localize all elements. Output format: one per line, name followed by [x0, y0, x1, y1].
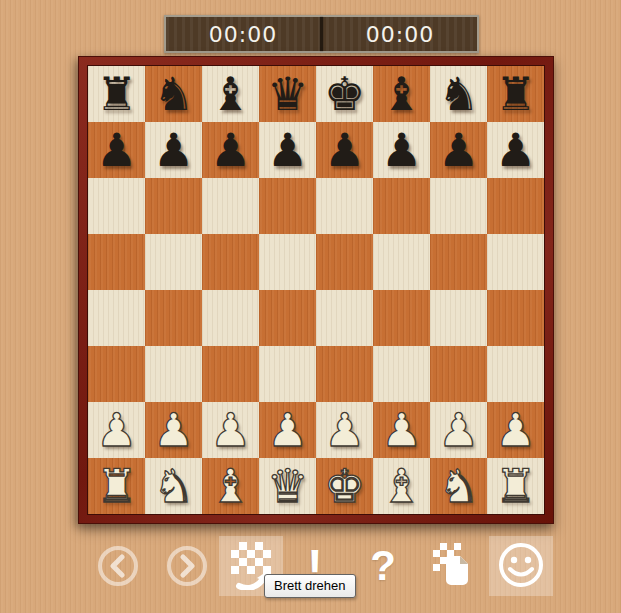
piece-white-pawn[interactable]: ♟ — [495, 407, 536, 453]
square-g5[interactable] — [430, 234, 487, 290]
piece-white-queen[interactable]: ♛ — [267, 463, 308, 509]
square-h6[interactable] — [487, 178, 544, 234]
right-clock: 00:00 — [323, 17, 477, 51]
square-g3[interactable] — [430, 346, 487, 402]
piece-black-knight[interactable]: ♞ — [153, 71, 194, 117]
square-h2[interactable]: ♟ — [487, 402, 544, 458]
square-e5[interactable] — [316, 234, 373, 290]
tooltip-brett-drehen: Brett drehen — [264, 574, 356, 598]
piece-black-pawn[interactable]: ♟ — [324, 127, 365, 173]
square-h3[interactable] — [487, 346, 544, 402]
piece-white-rook[interactable]: ♜ — [96, 463, 137, 509]
smiley-icon — [496, 540, 546, 593]
square-g2[interactable]: ♟ — [430, 402, 487, 458]
square-e4[interactable] — [316, 290, 373, 346]
square-e1[interactable]: ♚ — [316, 458, 373, 514]
square-a8[interactable]: ♜ — [88, 66, 145, 122]
piece-white-pawn[interactable]: ♟ — [381, 407, 422, 453]
square-c6[interactable] — [202, 178, 259, 234]
square-d5[interactable] — [259, 234, 316, 290]
piece-white-bishop[interactable]: ♝ — [210, 463, 251, 509]
square-b4[interactable] — [145, 290, 202, 346]
piece-black-pawn[interactable]: ♟ — [267, 127, 308, 173]
piece-white-pawn[interactable]: ♟ — [210, 407, 251, 453]
square-a6[interactable] — [88, 178, 145, 234]
chevron-left-icon — [98, 546, 138, 586]
piece-white-pawn[interactable]: ♟ — [153, 407, 194, 453]
square-a1[interactable]: ♜ — [88, 458, 145, 514]
square-f3[interactable] — [373, 346, 430, 402]
square-c5[interactable] — [202, 234, 259, 290]
piece-white-knight[interactable]: ♞ — [438, 463, 479, 509]
square-a4[interactable] — [88, 290, 145, 346]
square-a2[interactable]: ♟ — [88, 402, 145, 458]
piece-white-pawn[interactable]: ♟ — [96, 407, 137, 453]
square-d3[interactable] — [259, 346, 316, 402]
square-a7[interactable]: ♟ — [88, 122, 145, 178]
square-d8[interactable]: ♛ — [259, 66, 316, 122]
piece-white-pawn[interactable]: ♟ — [438, 407, 479, 453]
piece-black-pawn[interactable]: ♟ — [381, 127, 422, 173]
square-f8[interactable]: ♝ — [373, 66, 430, 122]
piece-black-pawn[interactable]: ♟ — [495, 127, 536, 173]
square-e2[interactable]: ♟ — [316, 402, 373, 458]
chess-board: ♜♞♝♛♚♝♞♜♟♟♟♟♟♟♟♟♟♟♟♟♟♟♟♟♜♞♝♛♚♝♞♜ — [88, 66, 544, 514]
square-f1[interactable]: ♝ — [373, 458, 430, 514]
square-f7[interactable]: ♟ — [373, 122, 430, 178]
previous-move-button[interactable] — [86, 536, 150, 596]
piece-black-bishop[interactable]: ♝ — [210, 71, 251, 117]
square-g7[interactable]: ♟ — [430, 122, 487, 178]
piece-black-pawn[interactable]: ♟ — [210, 127, 251, 173]
piece-black-knight[interactable]: ♞ — [438, 71, 479, 117]
square-d7[interactable]: ♟ — [259, 122, 316, 178]
square-g1[interactable]: ♞ — [430, 458, 487, 514]
piece-white-bishop[interactable]: ♝ — [381, 463, 422, 509]
square-g8[interactable]: ♞ — [430, 66, 487, 122]
piece-black-pawn[interactable]: ♟ — [153, 127, 194, 173]
piece-black-pawn[interactable]: ♟ — [96, 127, 137, 173]
square-h4[interactable] — [487, 290, 544, 346]
square-c8[interactable]: ♝ — [202, 66, 259, 122]
square-c3[interactable] — [202, 346, 259, 402]
board-notes-button[interactable] — [420, 536, 484, 596]
square-e6[interactable] — [316, 178, 373, 234]
square-h7[interactable]: ♟ — [487, 122, 544, 178]
square-g6[interactable] — [430, 178, 487, 234]
square-b6[interactable] — [145, 178, 202, 234]
piece-black-rook[interactable]: ♜ — [495, 71, 536, 117]
square-h5[interactable] — [487, 234, 544, 290]
emotion-button[interactable] — [489, 536, 553, 596]
piece-white-pawn[interactable]: ♟ — [324, 407, 365, 453]
square-f6[interactable] — [373, 178, 430, 234]
clock-bar: 00:00 00:00 — [164, 15, 479, 53]
next-move-button[interactable] — [155, 536, 219, 596]
piece-black-queen[interactable]: ♛ — [267, 71, 308, 117]
square-e8[interactable]: ♚ — [316, 66, 373, 122]
square-c7[interactable]: ♟ — [202, 122, 259, 178]
square-d1[interactable]: ♛ — [259, 458, 316, 514]
board-frame: ♜♞♝♛♚♝♞♜♟♟♟♟♟♟♟♟♟♟♟♟♟♟♟♟♜♞♝♛♚♝♞♜ — [78, 56, 554, 524]
square-c1[interactable]: ♝ — [202, 458, 259, 514]
question-icon: ? — [370, 545, 396, 587]
square-b3[interactable] — [145, 346, 202, 402]
square-b1[interactable]: ♞ — [145, 458, 202, 514]
square-f2[interactable]: ♟ — [373, 402, 430, 458]
square-b2[interactable]: ♟ — [145, 402, 202, 458]
left-clock: 00:00 — [166, 17, 320, 51]
square-b8[interactable]: ♞ — [145, 66, 202, 122]
square-c4[interactable] — [202, 290, 259, 346]
piece-black-bishop[interactable]: ♝ — [381, 71, 422, 117]
square-g4[interactable] — [430, 290, 487, 346]
square-b5[interactable] — [145, 234, 202, 290]
square-e7[interactable]: ♟ — [316, 122, 373, 178]
square-d2[interactable]: ♟ — [259, 402, 316, 458]
piece-white-pawn[interactable]: ♟ — [267, 407, 308, 453]
piece-black-pawn[interactable]: ♟ — [438, 127, 479, 173]
square-f5[interactable] — [373, 234, 430, 290]
square-a3[interactable] — [88, 346, 145, 402]
square-a5[interactable] — [88, 234, 145, 290]
square-d4[interactable] — [259, 290, 316, 346]
chevron-right-icon — [167, 546, 207, 586]
square-f4[interactable] — [373, 290, 430, 346]
piece-white-rook[interactable]: ♜ — [495, 463, 536, 509]
square-h8[interactable]: ♜ — [487, 66, 544, 122]
piece-black-rook[interactable]: ♜ — [96, 71, 137, 117]
square-e3[interactable] — [316, 346, 373, 402]
piece-black-king[interactable]: ♚ — [324, 71, 365, 117]
piece-white-king[interactable]: ♚ — [324, 463, 365, 509]
square-d6[interactable] — [259, 178, 316, 234]
board-notes-icon — [431, 542, 473, 591]
square-b7[interactable]: ♟ — [145, 122, 202, 178]
help-button[interactable]: ? — [351, 536, 415, 596]
square-c2[interactable]: ♟ — [202, 402, 259, 458]
square-h1[interactable]: ♜ — [487, 458, 544, 514]
piece-white-knight[interactable]: ♞ — [153, 463, 194, 509]
